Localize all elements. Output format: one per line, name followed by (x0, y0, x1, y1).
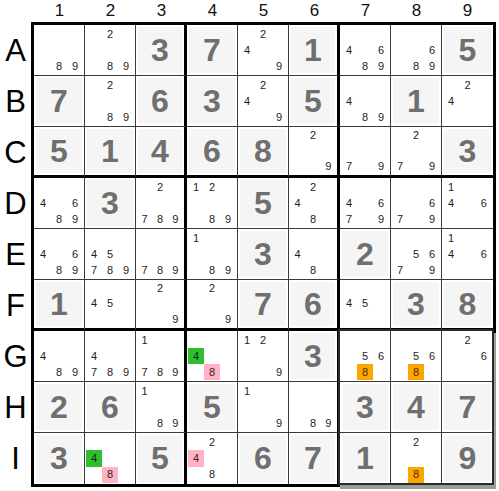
candidate-empty (341, 364, 357, 380)
cell-C8[interactable]: 279 (391, 127, 442, 178)
row-label-E: E (0, 229, 31, 280)
cell-I5[interactable]: 6 (238, 433, 289, 484)
solved-value: 2 (36, 384, 82, 430)
cell-D7[interactable]: 4679 (340, 178, 391, 229)
candidate-2: 2 (305, 179, 320, 195)
cell-G2[interactable]: 4789 (85, 331, 136, 382)
cell-B4[interactable]: 3 (187, 76, 238, 127)
candidate-empty (102, 230, 118, 246)
candidate-empty (152, 383, 167, 399)
cell-I2[interactable]: 48 (85, 433, 136, 484)
candidate-empty (341, 179, 357, 195)
candidate-empty (118, 42, 134, 58)
candidate-empty (373, 128, 389, 143)
candidate-2: 2 (204, 434, 220, 450)
cell-H4[interactable]: 5 (187, 382, 238, 433)
candidate-empty (168, 246, 183, 262)
cell-A2[interactable]: 289 (85, 25, 136, 76)
candidate-7: 7 (392, 159, 408, 174)
candidate-empty (67, 179, 83, 195)
cell-G1[interactable]: 489 (34, 331, 85, 382)
cell-A4[interactable]: 7 (187, 25, 238, 76)
candidate-2: 2 (255, 26, 271, 42)
candidate-grid: 79 (340, 127, 390, 175)
candidate-empty (392, 450, 408, 466)
cell-F7[interactable]: 45 (340, 280, 391, 331)
candidate-empty (168, 399, 183, 415)
cell-I3[interactable]: 5 (136, 433, 187, 484)
candidate-empty (392, 230, 408, 246)
candidate-empty (392, 467, 408, 483)
solved-value: 1 (291, 27, 335, 73)
candidate-empty (152, 332, 167, 348)
candidate-9: 9 (271, 109, 287, 125)
cell-E5[interactable]: 3 (238, 229, 289, 280)
cell-I7[interactable]: 1 (340, 433, 391, 484)
cell-A9[interactable]: 5 (442, 25, 493, 76)
candidate-empty (255, 364, 271, 380)
candidate-4: 4 (443, 93, 459, 109)
candidate-7: 7 (137, 211, 152, 227)
solved-value: 1 (393, 78, 439, 124)
candidate-8: 8 (357, 58, 373, 74)
candidate-2: 2 (459, 77, 475, 93)
candidate-empty (357, 26, 373, 42)
candidate-2: 2 (204, 179, 220, 195)
cell-B3[interactable]: 6 (136, 76, 187, 127)
candidate-empty (408, 332, 424, 348)
candidate-grid: 679 (391, 178, 441, 228)
cell-C5[interactable]: 8 (238, 127, 289, 178)
cell-E8[interactable]: 5679 (391, 229, 442, 280)
candidate-empty (188, 332, 204, 348)
candidate-empty (255, 348, 271, 364)
candidate-empty (443, 77, 459, 93)
cell-A1[interactable]: 89 (34, 25, 85, 76)
candidate-empty (373, 93, 389, 109)
candidate-empty (118, 434, 134, 450)
column-headers: 123456789 (31, 1, 496, 22)
cell-D3[interactable]: 2789 (136, 178, 187, 229)
candidate-empty (305, 143, 320, 158)
candidate-empty (204, 296, 220, 311)
cell-B2[interactable]: 289 (85, 76, 136, 127)
candidate-9: 9 (271, 415, 287, 431)
candidate-empty (459, 246, 475, 262)
candidate-grid: 489 (340, 76, 390, 126)
candidate-empty (102, 42, 118, 58)
candidate-empty (459, 179, 475, 195)
candidate-empty (408, 195, 424, 211)
cell-A7[interactable]: 4689 (340, 25, 391, 76)
cell-F4[interactable]: 29 (187, 280, 238, 331)
cell-A8[interactable]: 689 (391, 25, 442, 76)
cell-E1[interactable]: 4689 (34, 229, 85, 280)
cell-B9[interactable]: 24 (442, 76, 493, 127)
cell-C6[interactable]: 29 (289, 127, 340, 178)
candidate-empty (102, 348, 118, 364)
candidate-grid: 4679 (340, 178, 390, 228)
candidate-empty (35, 26, 51, 42)
candidate-2: 2 (408, 128, 424, 143)
candidate-empty (459, 262, 475, 278)
candidate-empty (86, 58, 102, 74)
candidate-empty (357, 312, 373, 327)
candidate-empty (118, 77, 134, 93)
cell-C7[interactable]: 79 (340, 127, 391, 178)
candidate-empty (204, 195, 220, 211)
cell-G4[interactable]: 48 (187, 331, 238, 382)
candidate-8: 8 (357, 364, 373, 380)
cell-E6[interactable]: 48 (289, 229, 340, 280)
candidate-grid: 89 (34, 25, 84, 75)
cell-I9[interactable]: 9 (442, 433, 493, 484)
candidate-empty (476, 93, 492, 109)
cell-H6[interactable]: 89 (289, 382, 340, 433)
cell-I6[interactable]: 7 (289, 433, 340, 484)
candidate-empty (424, 332, 440, 348)
candidate-empty (305, 159, 320, 174)
cell-D9[interactable]: 146 (442, 178, 493, 229)
candidate-8: 8 (152, 415, 167, 431)
candidate-8: 8 (102, 262, 118, 278)
candidate-empty (152, 348, 167, 364)
candidate-empty (137, 179, 152, 195)
cell-G9[interactable]: 26 (442, 331, 493, 382)
candidate-8: 8 (204, 211, 220, 227)
cell-E7[interactable]: 2 (340, 229, 391, 280)
candidate-9: 9 (271, 58, 287, 74)
candidate-6: 6 (476, 246, 492, 262)
candidate-empty (188, 262, 204, 278)
candidate-grid: 2789 (136, 178, 184, 228)
solved-value: 8 (240, 129, 286, 173)
candidate-empty (305, 383, 320, 399)
candidate-grid: 45 (85, 280, 135, 328)
candidate-empty (220, 246, 236, 262)
cell-F5[interactable]: 7 (238, 280, 289, 331)
solved-value: 3 (138, 27, 182, 73)
candidate-empty (392, 246, 408, 262)
candidate-8: 8 (51, 211, 67, 227)
candidate-empty (255, 415, 271, 431)
candidate-empty (424, 364, 440, 380)
candidate-empty (118, 467, 134, 483)
candidate-8: 8 (305, 262, 320, 278)
candidate-empty (408, 26, 424, 42)
cell-E9[interactable]: 146 (442, 229, 493, 280)
cell-B1[interactable]: 7 (34, 76, 85, 127)
candidate-empty (357, 128, 373, 143)
candidate-empty (443, 211, 459, 227)
candidate-empty (321, 143, 336, 158)
column-header-3: 3 (136, 1, 187, 22)
cell-I8[interactable]: 28 (391, 433, 442, 484)
cell-H1[interactable]: 2 (34, 382, 85, 433)
candidate-empty (341, 281, 357, 296)
candidate-empty (51, 246, 67, 262)
candidate-8: 8 (102, 364, 118, 380)
cell-H9[interactable]: 7 (442, 382, 493, 433)
candidate-empty (290, 159, 305, 174)
candidate-empty (321, 195, 336, 211)
candidate-empty (271, 26, 287, 42)
cell-G7[interactable]: 568 (340, 331, 391, 382)
row-label-D: D (0, 178, 31, 229)
candidate-empty (137, 348, 152, 364)
candidate-empty (357, 93, 373, 109)
candidate-6: 6 (67, 195, 83, 211)
candidate-9: 9 (67, 211, 83, 227)
candidate-9: 9 (424, 211, 440, 227)
cell-H8[interactable]: 4 (391, 382, 442, 433)
candidate-4: 4 (443, 246, 459, 262)
candidate-7: 7 (392, 262, 408, 278)
cell-I4[interactable]: 248 (187, 433, 238, 484)
candidate-4: 4 (341, 296, 357, 311)
cell-A5[interactable]: 249 (238, 25, 289, 76)
candidate-4: 4 (188, 348, 204, 364)
solved-value: 6 (291, 282, 335, 326)
candidate-empty (239, 364, 255, 380)
candidate-empty (86, 312, 102, 327)
candidate-grid: 29 (289, 127, 337, 175)
candidate-empty (341, 143, 357, 158)
cell-F3[interactable]: 29 (136, 280, 187, 331)
candidate-4: 4 (86, 246, 102, 262)
candidate-grid: 28 (391, 433, 441, 484)
cell-F9[interactable]: 8 (442, 280, 493, 331)
candidate-6: 6 (424, 195, 440, 211)
candidate-1: 1 (239, 383, 255, 399)
candidate-grid: 289 (85, 76, 135, 126)
candidate-grid: 568 (391, 331, 441, 381)
cell-C4[interactable]: 6 (187, 127, 238, 178)
candidate-4: 4 (341, 195, 357, 211)
row-label-B: B (0, 76, 31, 127)
candidate-empty (137, 415, 152, 431)
candidate-empty (373, 332, 389, 348)
cell-H7[interactable]: 3 (340, 382, 391, 433)
candidate-1: 1 (443, 230, 459, 246)
cell-B8[interactable]: 1 (391, 76, 442, 127)
cell-D1[interactable]: 4689 (34, 178, 85, 229)
candidate-empty (118, 348, 134, 364)
cell-C2[interactable]: 1 (85, 127, 136, 178)
candidate-grid: 248 (187, 433, 237, 484)
candidate-empty (86, 93, 102, 109)
cell-B7[interactable]: 489 (340, 76, 391, 127)
candidate-grid: 29 (187, 280, 237, 328)
candidate-empty (51, 195, 67, 211)
candidate-empty (476, 332, 492, 348)
candidate-empty (35, 211, 51, 227)
candidate-5: 5 (102, 296, 118, 311)
candidate-7: 7 (341, 211, 357, 227)
cell-H5[interactable]: 19 (238, 382, 289, 433)
solved-value: 7 (444, 384, 491, 430)
candidate-7: 7 (86, 364, 102, 380)
candidate-empty (188, 312, 204, 327)
candidate-9: 9 (67, 262, 83, 278)
cell-G8[interactable]: 568 (391, 331, 442, 382)
candidate-empty (86, 434, 102, 450)
solved-value: 7 (240, 282, 286, 326)
candidate-empty (476, 211, 492, 227)
candidate-empty (137, 312, 152, 327)
cell-F1[interactable]: 1 (34, 280, 85, 331)
candidate-empty (188, 281, 204, 296)
cell-A3[interactable]: 3 (136, 25, 187, 76)
candidate-6: 6 (424, 246, 440, 262)
candidate-grid: 26 (442, 331, 493, 381)
candidate-2: 2 (408, 434, 424, 450)
candidate-empty (290, 262, 305, 278)
candidate-empty (476, 77, 492, 93)
candidate-empty (290, 128, 305, 143)
cell-D5[interactable]: 5 (238, 178, 289, 229)
candidate-5: 5 (357, 296, 373, 311)
cell-I1[interactable]: 3 (34, 433, 85, 484)
cell-C3[interactable]: 4 (136, 127, 187, 178)
cell-F2[interactable]: 45 (85, 280, 136, 331)
candidate-empty (220, 450, 236, 466)
candidate-empty (239, 348, 255, 364)
candidate-empty (357, 159, 373, 174)
candidate-empty (357, 77, 373, 93)
solved-value: 1 (36, 282, 82, 326)
cell-E2[interactable]: 45789 (85, 229, 136, 280)
candidate-empty (152, 399, 167, 415)
candidate-4: 4 (188, 450, 204, 466)
sudoku-app: 123456789 ABCDEFGHI 89289372491468968957… (0, 0, 499, 491)
candidate-empty (408, 42, 424, 58)
candidate-empty (305, 246, 320, 262)
candidate-empty (102, 434, 118, 450)
candidate-empty (118, 93, 134, 109)
candidate-empty (35, 262, 51, 278)
solved-value: 8 (444, 282, 491, 326)
candidate-8: 8 (204, 467, 220, 483)
solved-value: 4 (138, 129, 182, 173)
cell-H3[interactable]: 189 (136, 382, 187, 433)
solved-value: 3 (87, 180, 133, 226)
candidate-6: 6 (373, 195, 389, 211)
candidate-empty (443, 109, 459, 125)
candidate-empty (271, 399, 287, 415)
candidate-empty (137, 246, 152, 262)
cell-D4[interactable]: 1289 (187, 178, 238, 229)
candidate-2: 2 (255, 332, 271, 348)
candidate-empty (424, 128, 440, 143)
candidate-6: 6 (476, 195, 492, 211)
candidate-6: 6 (424, 42, 440, 58)
candidate-empty (271, 42, 287, 58)
candidate-9: 9 (118, 262, 134, 278)
cell-F6[interactable]: 6 (289, 280, 340, 331)
candidate-empty (67, 230, 83, 246)
candidate-empty (392, 332, 408, 348)
cell-E4[interactable]: 189 (187, 229, 238, 280)
cell-G6[interactable]: 3 (289, 331, 340, 382)
candidate-empty (220, 281, 236, 296)
candidate-empty (220, 195, 236, 211)
solved-value: 5 (138, 435, 182, 482)
candidate-empty (392, 195, 408, 211)
cell-C1[interactable]: 5 (34, 127, 85, 178)
candidate-9: 9 (373, 58, 389, 74)
candidate-grid: 249 (238, 76, 288, 126)
candidate-empty (341, 58, 357, 74)
candidate-9: 9 (118, 109, 134, 125)
candidate-empty (408, 211, 424, 227)
candidate-9: 9 (67, 364, 83, 380)
candidate-empty (118, 230, 134, 246)
candidate-empty (168, 383, 183, 399)
cell-D6[interactable]: 248 (289, 178, 340, 229)
candidate-empty (239, 26, 255, 42)
cell-D2[interactable]: 3 (85, 178, 136, 229)
cell-H2[interactable]: 6 (85, 382, 136, 433)
cell-F8[interactable]: 3 (391, 280, 442, 331)
candidate-empty (373, 26, 389, 42)
solved-value: 3 (444, 129, 491, 173)
candidate-empty (476, 109, 492, 125)
cell-B6[interactable]: 5 (289, 76, 340, 127)
candidate-empty (392, 128, 408, 143)
solved-value: 6 (87, 384, 133, 430)
candidate-grid: 289 (85, 25, 135, 75)
cell-G3[interactable]: 1789 (136, 331, 187, 382)
candidate-empty (168, 348, 183, 364)
cell-B5[interactable]: 249 (238, 76, 289, 127)
candidate-empty (424, 450, 440, 466)
candidate-9: 9 (220, 262, 236, 278)
solved-value: 3 (342, 384, 388, 430)
candidate-empty (239, 58, 255, 74)
candidate-empty (305, 195, 320, 211)
candidate-1: 1 (239, 332, 255, 348)
candidate-empty (220, 364, 236, 380)
cell-A6[interactable]: 1 (289, 25, 340, 76)
column-header-4: 4 (187, 1, 238, 22)
cell-D8[interactable]: 679 (391, 178, 442, 229)
candidate-empty (152, 246, 167, 262)
candidate-empty (118, 296, 134, 311)
candidate-empty (357, 281, 373, 296)
candidate-empty (424, 143, 440, 158)
candidate-9: 9 (118, 364, 134, 380)
cell-C9[interactable]: 3 (442, 127, 493, 178)
cell-E3[interactable]: 789 (136, 229, 187, 280)
candidate-empty (290, 230, 305, 246)
candidate-empty (152, 296, 167, 311)
candidate-empty (271, 383, 287, 399)
solved-value: 9 (444, 435, 491, 482)
cell-G5[interactable]: 129 (238, 331, 289, 382)
candidate-empty (476, 230, 492, 246)
candidate-grid: 45789 (85, 229, 135, 279)
candidate-empty (373, 296, 389, 311)
candidate-9: 9 (168, 211, 183, 227)
candidate-2: 2 (305, 128, 320, 143)
solved-value: 5 (189, 384, 235, 430)
candidate-empty (443, 364, 459, 380)
candidate-8: 8 (51, 364, 67, 380)
candidate-empty (424, 434, 440, 450)
solved-value: 1 (342, 435, 388, 482)
candidate-grid: 48 (289, 229, 337, 279)
